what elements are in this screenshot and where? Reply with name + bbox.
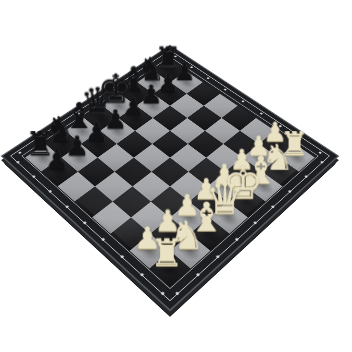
frame-dot [196,273,201,277]
white-rook: ♜ [142,234,192,272]
black-pawn: ♟ [35,146,80,174]
board: ♜♞♝♛♚♝♞♜♟♟♟♟♟♟♟♟♟♟♟♟♟♟♟♟♜♞♝♛♚♝♞♜ [1,45,340,312]
product-photo-stage: ♜♞♝♛♚♝♞♜♟♟♟♟♟♟♟♟♟♟♟♟♟♟♟♟♜♞♝♛♚♝♞♜ [0,0,352,352]
frame-dot [175,291,180,295]
